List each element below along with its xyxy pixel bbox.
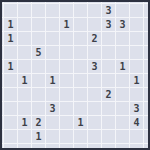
empty-cell-r2c8[interactable] xyxy=(116,32,129,45)
clue-cell-r8c2[interactable]: 2 xyxy=(32,116,45,129)
partial-edge-cell xyxy=(88,2,101,3)
clue-cell-r5c3[interactable]: 1 xyxy=(46,74,59,87)
empty-cell-r9c0[interactable] xyxy=(4,130,17,143)
empty-cell-r5c7[interactable] xyxy=(102,74,115,87)
empty-cell-r1c2[interactable] xyxy=(32,18,45,31)
empty-cell-r3c7[interactable] xyxy=(102,46,115,59)
partial-edge-cell xyxy=(60,144,73,148)
empty-cell-r1c3[interactable] xyxy=(46,18,59,31)
empty-cell-r0c9[interactable] xyxy=(130,4,143,17)
empty-cell-r7c2[interactable] xyxy=(32,102,45,115)
empty-cell-r7c6[interactable] xyxy=(88,102,101,115)
clue-cell-r2c0[interactable]: 1 xyxy=(4,32,17,45)
empty-cell-r4c9[interactable] xyxy=(130,60,143,73)
clue-cell-r5c9[interactable]: 1 xyxy=(130,74,143,87)
empty-cell-r8c8[interactable] xyxy=(116,116,129,129)
empty-cell-r3c9[interactable] xyxy=(130,46,143,59)
puzzle-board: 3113312513111123312141 xyxy=(2,2,148,148)
partial-edge-cell xyxy=(2,102,3,115)
partial-edge-cell xyxy=(144,74,148,87)
partial-edge-cell xyxy=(2,60,3,73)
empty-cell-r4c4[interactable] xyxy=(60,60,73,73)
empty-cell-r2c2[interactable] xyxy=(32,32,45,45)
partial-edge-cell xyxy=(4,144,17,148)
empty-cell-r3c1[interactable] xyxy=(18,46,31,59)
partial-edge-cell xyxy=(144,4,148,17)
partial-edge-cell xyxy=(4,2,17,3)
empty-cell-r6c6[interactable] xyxy=(88,88,101,101)
empty-cell-r9c6[interactable] xyxy=(88,130,101,143)
partial-edge-cell xyxy=(144,46,148,59)
empty-cell-r4c5[interactable] xyxy=(74,60,87,73)
partial-edge-cell xyxy=(2,130,3,143)
empty-cell-r7c5[interactable] xyxy=(74,102,87,115)
partial-edge-cell xyxy=(2,74,3,87)
partial-edge-cell xyxy=(46,144,59,148)
empty-cell-r6c0[interactable] xyxy=(4,88,17,101)
empty-cell-r5c4[interactable] xyxy=(60,74,73,87)
partial-edge-cell xyxy=(2,4,3,17)
clue-cell-r4c6[interactable]: 3 xyxy=(88,60,101,73)
clue-cell-r1c7[interactable]: 3 xyxy=(102,18,115,31)
clue-cell-r8c1[interactable]: 1 xyxy=(18,116,31,129)
empty-cell-r4c2[interactable] xyxy=(32,60,45,73)
partial-edge-cell xyxy=(18,2,31,3)
partial-edge-cell xyxy=(144,60,148,73)
empty-cell-r6c1[interactable] xyxy=(18,88,31,101)
clue-cell-r1c4[interactable]: 1 xyxy=(60,18,73,31)
empty-cell-r4c1[interactable] xyxy=(18,60,31,73)
clue-cell-r8c5[interactable]: 1 xyxy=(74,116,87,129)
empty-cell-r9c8[interactable] xyxy=(116,130,129,143)
empty-cell-r0c0[interactable] xyxy=(4,4,17,17)
partial-edge-cell xyxy=(144,88,148,101)
empty-cell-r1c9[interactable] xyxy=(130,18,143,31)
clue-cell-r1c8[interactable]: 3 xyxy=(116,18,129,31)
empty-cell-r3c8[interactable] xyxy=(116,46,129,59)
empty-cell-r2c3[interactable] xyxy=(46,32,59,45)
empty-cell-r3c5[interactable] xyxy=(74,46,87,59)
partial-edge-cell xyxy=(116,144,129,148)
empty-cell-r2c5[interactable] xyxy=(74,32,87,45)
empty-cell-r3c0[interactable] xyxy=(4,46,17,59)
empty-cell-r0c2[interactable] xyxy=(32,4,45,17)
empty-cell-r9c9[interactable] xyxy=(130,130,143,143)
partial-edge-cell xyxy=(2,116,3,129)
empty-cell-r8c6[interactable] xyxy=(88,116,101,129)
empty-cell-r0c5[interactable] xyxy=(74,4,87,17)
partial-edge-cell xyxy=(116,2,129,3)
partial-edge-cell xyxy=(74,144,87,148)
empty-cell-r1c5[interactable] xyxy=(74,18,87,31)
empty-cell-r8c0[interactable] xyxy=(4,116,17,129)
empty-cell-r5c5[interactable] xyxy=(74,74,87,87)
clue-cell-r8c9[interactable]: 4 xyxy=(130,116,143,129)
empty-cell-r3c3[interactable] xyxy=(46,46,59,59)
empty-cell-r9c5[interactable] xyxy=(74,130,87,143)
partial-edge-cell xyxy=(144,32,148,45)
empty-cell-r6c4[interactable] xyxy=(60,88,73,101)
partial-edge-cell xyxy=(2,88,3,101)
empty-cell-r8c3[interactable] xyxy=(46,116,59,129)
empty-cell-r5c6[interactable] xyxy=(88,74,101,87)
clue-cell-r7c9[interactable]: 3 xyxy=(130,102,143,115)
empty-cell-r7c8[interactable] xyxy=(116,102,129,115)
partial-edge-cell xyxy=(2,32,3,45)
empty-cell-r4c3[interactable] xyxy=(46,60,59,73)
empty-cell-r3c6[interactable] xyxy=(88,46,101,59)
clue-cell-r4c0[interactable]: 1 xyxy=(4,60,17,73)
empty-cell-r0c3[interactable] xyxy=(46,4,59,17)
partial-edge-cell xyxy=(88,144,101,148)
partial-edge-cell xyxy=(46,2,59,3)
partial-edge-cell xyxy=(144,116,148,129)
partial-edge-cell xyxy=(60,2,73,3)
empty-cell-r6c3[interactable] xyxy=(46,88,59,101)
empty-cell-r2c4[interactable] xyxy=(60,32,73,45)
board-frame: 3113312513111123312141 xyxy=(0,0,150,150)
partial-edge-cell xyxy=(32,144,45,148)
clue-cell-r2c6[interactable]: 2 xyxy=(88,32,101,45)
partial-edge-cell xyxy=(102,144,115,148)
empty-cell-r5c2[interactable] xyxy=(32,74,45,87)
clue-cell-r9c2[interactable]: 1 xyxy=(32,130,45,143)
partial-edge-cell xyxy=(144,144,148,148)
partial-edge-cell xyxy=(2,46,3,59)
empty-cell-r2c7[interactable] xyxy=(102,32,115,45)
partial-edge-cell xyxy=(2,18,3,31)
empty-cell-r2c1[interactable] xyxy=(18,32,31,45)
partial-edge-cell xyxy=(32,2,45,3)
empty-cell-r9c1[interactable] xyxy=(18,130,31,143)
empty-cell-r0c1[interactable] xyxy=(18,4,31,17)
partial-edge-cell xyxy=(2,2,3,3)
empty-cell-r1c1[interactable] xyxy=(18,18,31,31)
partial-edge-cell xyxy=(144,2,148,3)
partial-edge-cell xyxy=(144,130,148,143)
partial-edge-cell xyxy=(2,144,3,148)
empty-cell-r9c3[interactable] xyxy=(46,130,59,143)
empty-cell-r7c7[interactable] xyxy=(102,102,115,115)
empty-cell-r5c0[interactable] xyxy=(4,74,17,87)
empty-cell-r6c2[interactable] xyxy=(32,88,45,101)
empty-cell-r7c0[interactable] xyxy=(4,102,17,115)
empty-cell-r7c4[interactable] xyxy=(60,102,73,115)
empty-cell-r1c6[interactable] xyxy=(88,18,101,31)
clue-cell-r1c0[interactable]: 1 xyxy=(4,18,17,31)
partial-edge-cell xyxy=(144,18,148,31)
partial-edge-cell xyxy=(144,102,148,115)
empty-cell-r6c9[interactable] xyxy=(130,88,143,101)
empty-cell-r8c4[interactable] xyxy=(60,116,73,129)
empty-cell-r6c5[interactable] xyxy=(74,88,87,101)
empty-cell-r7c1[interactable] xyxy=(18,102,31,115)
empty-cell-r5c8[interactable] xyxy=(116,74,129,87)
empty-cell-r6c8[interactable] xyxy=(116,88,129,101)
partial-edge-cell xyxy=(18,144,31,148)
empty-cell-r9c7[interactable] xyxy=(102,130,115,143)
empty-cell-r4c7[interactable] xyxy=(102,60,115,73)
empty-cell-r0c8[interactable] xyxy=(116,4,129,17)
empty-cell-r8c7[interactable] xyxy=(102,116,115,129)
clue-cell-r5c1[interactable]: 1 xyxy=(18,74,31,87)
empty-cell-r2c9[interactable] xyxy=(130,32,143,45)
partial-edge-cell xyxy=(74,2,87,3)
empty-cell-r0c6[interactable] xyxy=(88,4,101,17)
clue-cell-r3c2[interactable]: 5 xyxy=(32,46,45,59)
partial-edge-cell xyxy=(130,2,143,3)
empty-cell-r0c4[interactable] xyxy=(60,4,73,17)
clue-cell-r4c8[interactable]: 1 xyxy=(116,60,129,73)
partial-edge-cell xyxy=(130,144,143,148)
empty-cell-r3c4[interactable] xyxy=(60,46,73,59)
clue-cell-r6c7[interactable]: 2 xyxy=(102,88,115,101)
clue-cell-r0c7[interactable]: 3 xyxy=(102,4,115,17)
empty-cell-r9c4[interactable] xyxy=(60,130,73,143)
partial-edge-cell xyxy=(102,2,115,3)
clue-cell-r7c3[interactable]: 3 xyxy=(46,102,59,115)
